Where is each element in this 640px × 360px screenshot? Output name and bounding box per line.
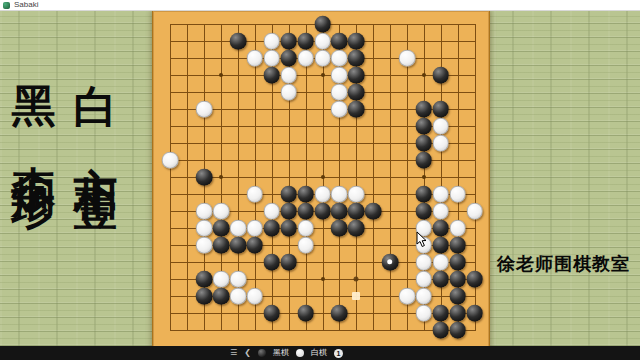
stone-white[interactable] [263,33,280,50]
stone-white[interactable] [466,203,483,220]
black-player-column: 黑 李炯珍 [12,50,56,161]
stone-black[interactable] [432,101,449,118]
stone-black[interactable] [348,203,365,220]
stone-black[interactable] [196,271,213,288]
stone-white[interactable] [314,50,331,67]
stone-black[interactable] [297,305,314,322]
white-player-label: 白 [71,50,122,60]
stone-black[interactable] [331,220,348,237]
stone-black[interactable] [348,220,365,237]
stone-white[interactable] [247,186,264,203]
status-bar: ☰ ❮ 黑棋 白棋 1 [0,346,640,360]
last-move-marker [388,259,393,264]
stone-white[interactable] [399,288,416,305]
stone-black[interactable] [449,254,466,271]
stone-white[interactable] [432,118,449,135]
stone-black[interactable] [213,220,230,237]
stone-black[interactable] [230,237,247,254]
stone-black[interactable] [382,254,399,271]
stone-white[interactable] [297,220,314,237]
mouse-cursor [416,231,428,252]
stone-white[interactable] [416,271,433,288]
stone-white[interactable] [449,186,466,203]
stone-black[interactable] [263,220,280,237]
stone-black[interactable] [331,33,348,50]
stone-black[interactable] [466,271,483,288]
grid-vline [407,24,408,331]
grid-vline [373,24,374,331]
stone-white[interactable] [331,186,348,203]
stone-black[interactable] [331,305,348,322]
stone-black[interactable] [297,203,314,220]
sabaki-app-icon [3,2,10,9]
stone-black[interactable] [348,33,365,50]
stone-white[interactable] [432,135,449,152]
stone-white[interactable] [331,50,348,67]
grid-hline [170,330,475,331]
variation-dot-marker [354,277,359,282]
star-point [321,277,325,281]
stone-black[interactable] [263,67,280,84]
stone-white[interactable] [280,84,297,101]
window-title: Sabaki [14,1,38,9]
stone-white[interactable] [348,186,365,203]
variation-square-marker [352,292,360,300]
white-player-column: 白 卞相壹 [74,50,118,161]
stone-black[interactable] [432,271,449,288]
stone-black[interactable] [449,322,466,339]
stone-black[interactable] [466,305,483,322]
stone-white[interactable] [263,50,280,67]
stone-white[interactable] [399,50,416,67]
stone-white[interactable] [432,254,449,271]
stone-white[interactable] [213,271,230,288]
stone-white[interactable] [432,186,449,203]
stone-black[interactable] [331,203,348,220]
stone-black[interactable] [365,203,382,220]
go-board[interactable] [152,10,490,350]
classroom-banner: 徐老师围棋教室 [497,252,630,276]
stone-black[interactable] [263,305,280,322]
star-point [219,73,223,77]
stone-white[interactable] [162,152,179,169]
stone-black[interactable] [432,220,449,237]
stone-white[interactable] [331,67,348,84]
stone-black[interactable] [280,33,297,50]
stone-black[interactable] [416,118,433,135]
stone-white[interactable] [297,237,314,254]
stone-black[interactable] [416,101,433,118]
stone-black[interactable] [247,237,264,254]
stone-white[interactable] [449,220,466,237]
stone-white[interactable] [314,186,331,203]
stone-white[interactable] [247,288,264,305]
black-stone-icon [258,349,266,357]
stone-black[interactable] [432,322,449,339]
stone-black[interactable] [348,50,365,67]
white-stone-icon [296,349,304,357]
stone-black[interactable] [432,237,449,254]
stone-black[interactable] [348,67,365,84]
stone-white[interactable] [297,50,314,67]
star-point [422,175,426,179]
stone-black[interactable] [449,288,466,305]
stone-black[interactable] [416,186,433,203]
window-titlebar: Sabaki [0,0,640,11]
stone-black[interactable] [432,67,449,84]
stone-black[interactable] [297,33,314,50]
stone-white[interactable] [196,220,213,237]
stone-black[interactable] [280,186,297,203]
stone-black[interactable] [280,50,297,67]
star-point [321,73,325,77]
prev-move-icon[interactable]: ❮ [244,349,251,357]
menu-icon[interactable]: ☰ [230,349,237,357]
stone-white[interactable] [196,203,213,220]
white-player-name: 卞相壹 [71,131,122,161]
stone-white[interactable] [247,50,264,67]
status-bar-controls: ☰ ❮ 黑棋 白棋 1 [230,349,343,358]
stone-black[interactable] [297,186,314,203]
black-captures-label: 黑棋 [273,349,289,357]
grid-vline [390,24,391,331]
stone-white[interactable] [230,271,247,288]
black-player-label: 黑 [9,50,60,60]
stone-white[interactable] [416,254,433,271]
stone-black[interactable] [416,152,433,169]
stone-black[interactable] [314,203,331,220]
stone-white[interactable] [196,101,213,118]
stone-black[interactable] [263,254,280,271]
stone-white[interactable] [331,84,348,101]
capture-count-badge: 1 [334,349,343,358]
stone-white[interactable] [230,288,247,305]
white-captures-label: 白棋 [311,349,327,357]
stone-black[interactable] [416,203,433,220]
stone-black[interactable] [280,254,297,271]
stone-black[interactable] [348,101,365,118]
stone-black[interactable] [314,16,331,33]
stone-black[interactable] [416,135,433,152]
stone-white[interactable] [416,305,433,322]
black-player-name: 李炯珍 [9,131,60,161]
stone-black[interactable] [449,271,466,288]
stone-black[interactable] [280,220,297,237]
stone-white[interactable] [416,288,433,305]
stone-white[interactable] [331,101,348,118]
stone-black[interactable] [449,237,466,254]
stone-black[interactable] [213,288,230,305]
stone-black[interactable] [348,84,365,101]
stone-black[interactable] [230,33,247,50]
stone-white[interactable] [314,33,331,50]
stone-black[interactable] [196,169,213,186]
stone-black[interactable] [280,203,297,220]
stone-black[interactable] [196,288,213,305]
star-point [219,175,223,179]
stone-white[interactable] [196,237,213,254]
stone-white[interactable] [247,220,264,237]
stone-black[interactable] [449,305,466,322]
stone-black[interactable] [213,237,230,254]
stone-black[interactable] [432,305,449,322]
star-point [422,73,426,77]
stone-white[interactable] [230,220,247,237]
stone-white[interactable] [213,203,230,220]
star-point [321,175,325,179]
stone-white[interactable] [432,203,449,220]
stone-white[interactable] [280,67,297,84]
stone-white[interactable] [263,203,280,220]
